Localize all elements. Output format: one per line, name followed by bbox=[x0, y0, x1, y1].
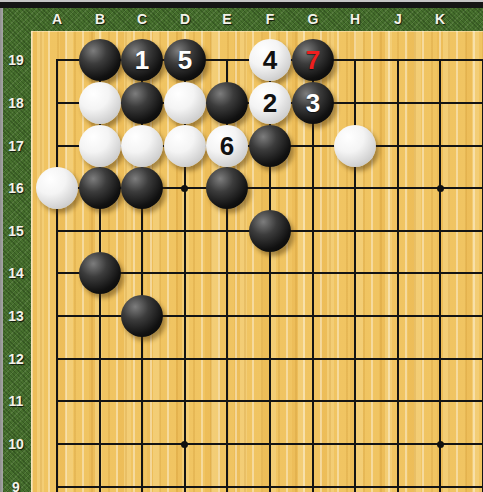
stone-black-g18: 3 bbox=[292, 82, 334, 124]
stone-black-b14 bbox=[79, 252, 121, 294]
stone-white-f18: 2 bbox=[249, 82, 291, 124]
move-number-3: 3 bbox=[306, 82, 320, 124]
stone-white-f19: 4 bbox=[249, 39, 291, 81]
stone-white-c17 bbox=[121, 125, 163, 167]
move-number-7: 7 bbox=[306, 39, 320, 81]
stone-black-e16 bbox=[206, 167, 248, 209]
go-board-app: ABCDEFGHJK191817161514131211109 1547236 bbox=[0, 0, 483, 492]
stone-white-d18 bbox=[164, 82, 206, 124]
move-number-5: 5 bbox=[178, 39, 192, 81]
stone-white-a16 bbox=[36, 167, 78, 209]
stone-white-b17 bbox=[79, 125, 121, 167]
stone-white-d17 bbox=[164, 125, 206, 167]
stone-black-b19 bbox=[79, 39, 121, 81]
stone-black-f15 bbox=[249, 210, 291, 252]
stone-white-h17 bbox=[334, 125, 376, 167]
stones-layer: 1547236 bbox=[0, 0, 483, 492]
stone-black-c16 bbox=[121, 167, 163, 209]
stone-white-e17: 6 bbox=[206, 125, 248, 167]
stone-black-c13 bbox=[121, 295, 163, 337]
stone-black-e18 bbox=[206, 82, 248, 124]
stone-black-c19: 1 bbox=[121, 39, 163, 81]
stone-black-c18 bbox=[121, 82, 163, 124]
move-number-2: 2 bbox=[263, 82, 277, 124]
move-number-4: 4 bbox=[263, 39, 277, 81]
stone-black-d19: 5 bbox=[164, 39, 206, 81]
move-number-6: 6 bbox=[220, 125, 234, 167]
move-number-1: 1 bbox=[135, 39, 149, 81]
stone-black-b16 bbox=[79, 167, 121, 209]
stone-black-f17 bbox=[249, 125, 291, 167]
stone-white-b18 bbox=[79, 82, 121, 124]
stone-black-g19: 7 bbox=[292, 39, 334, 81]
